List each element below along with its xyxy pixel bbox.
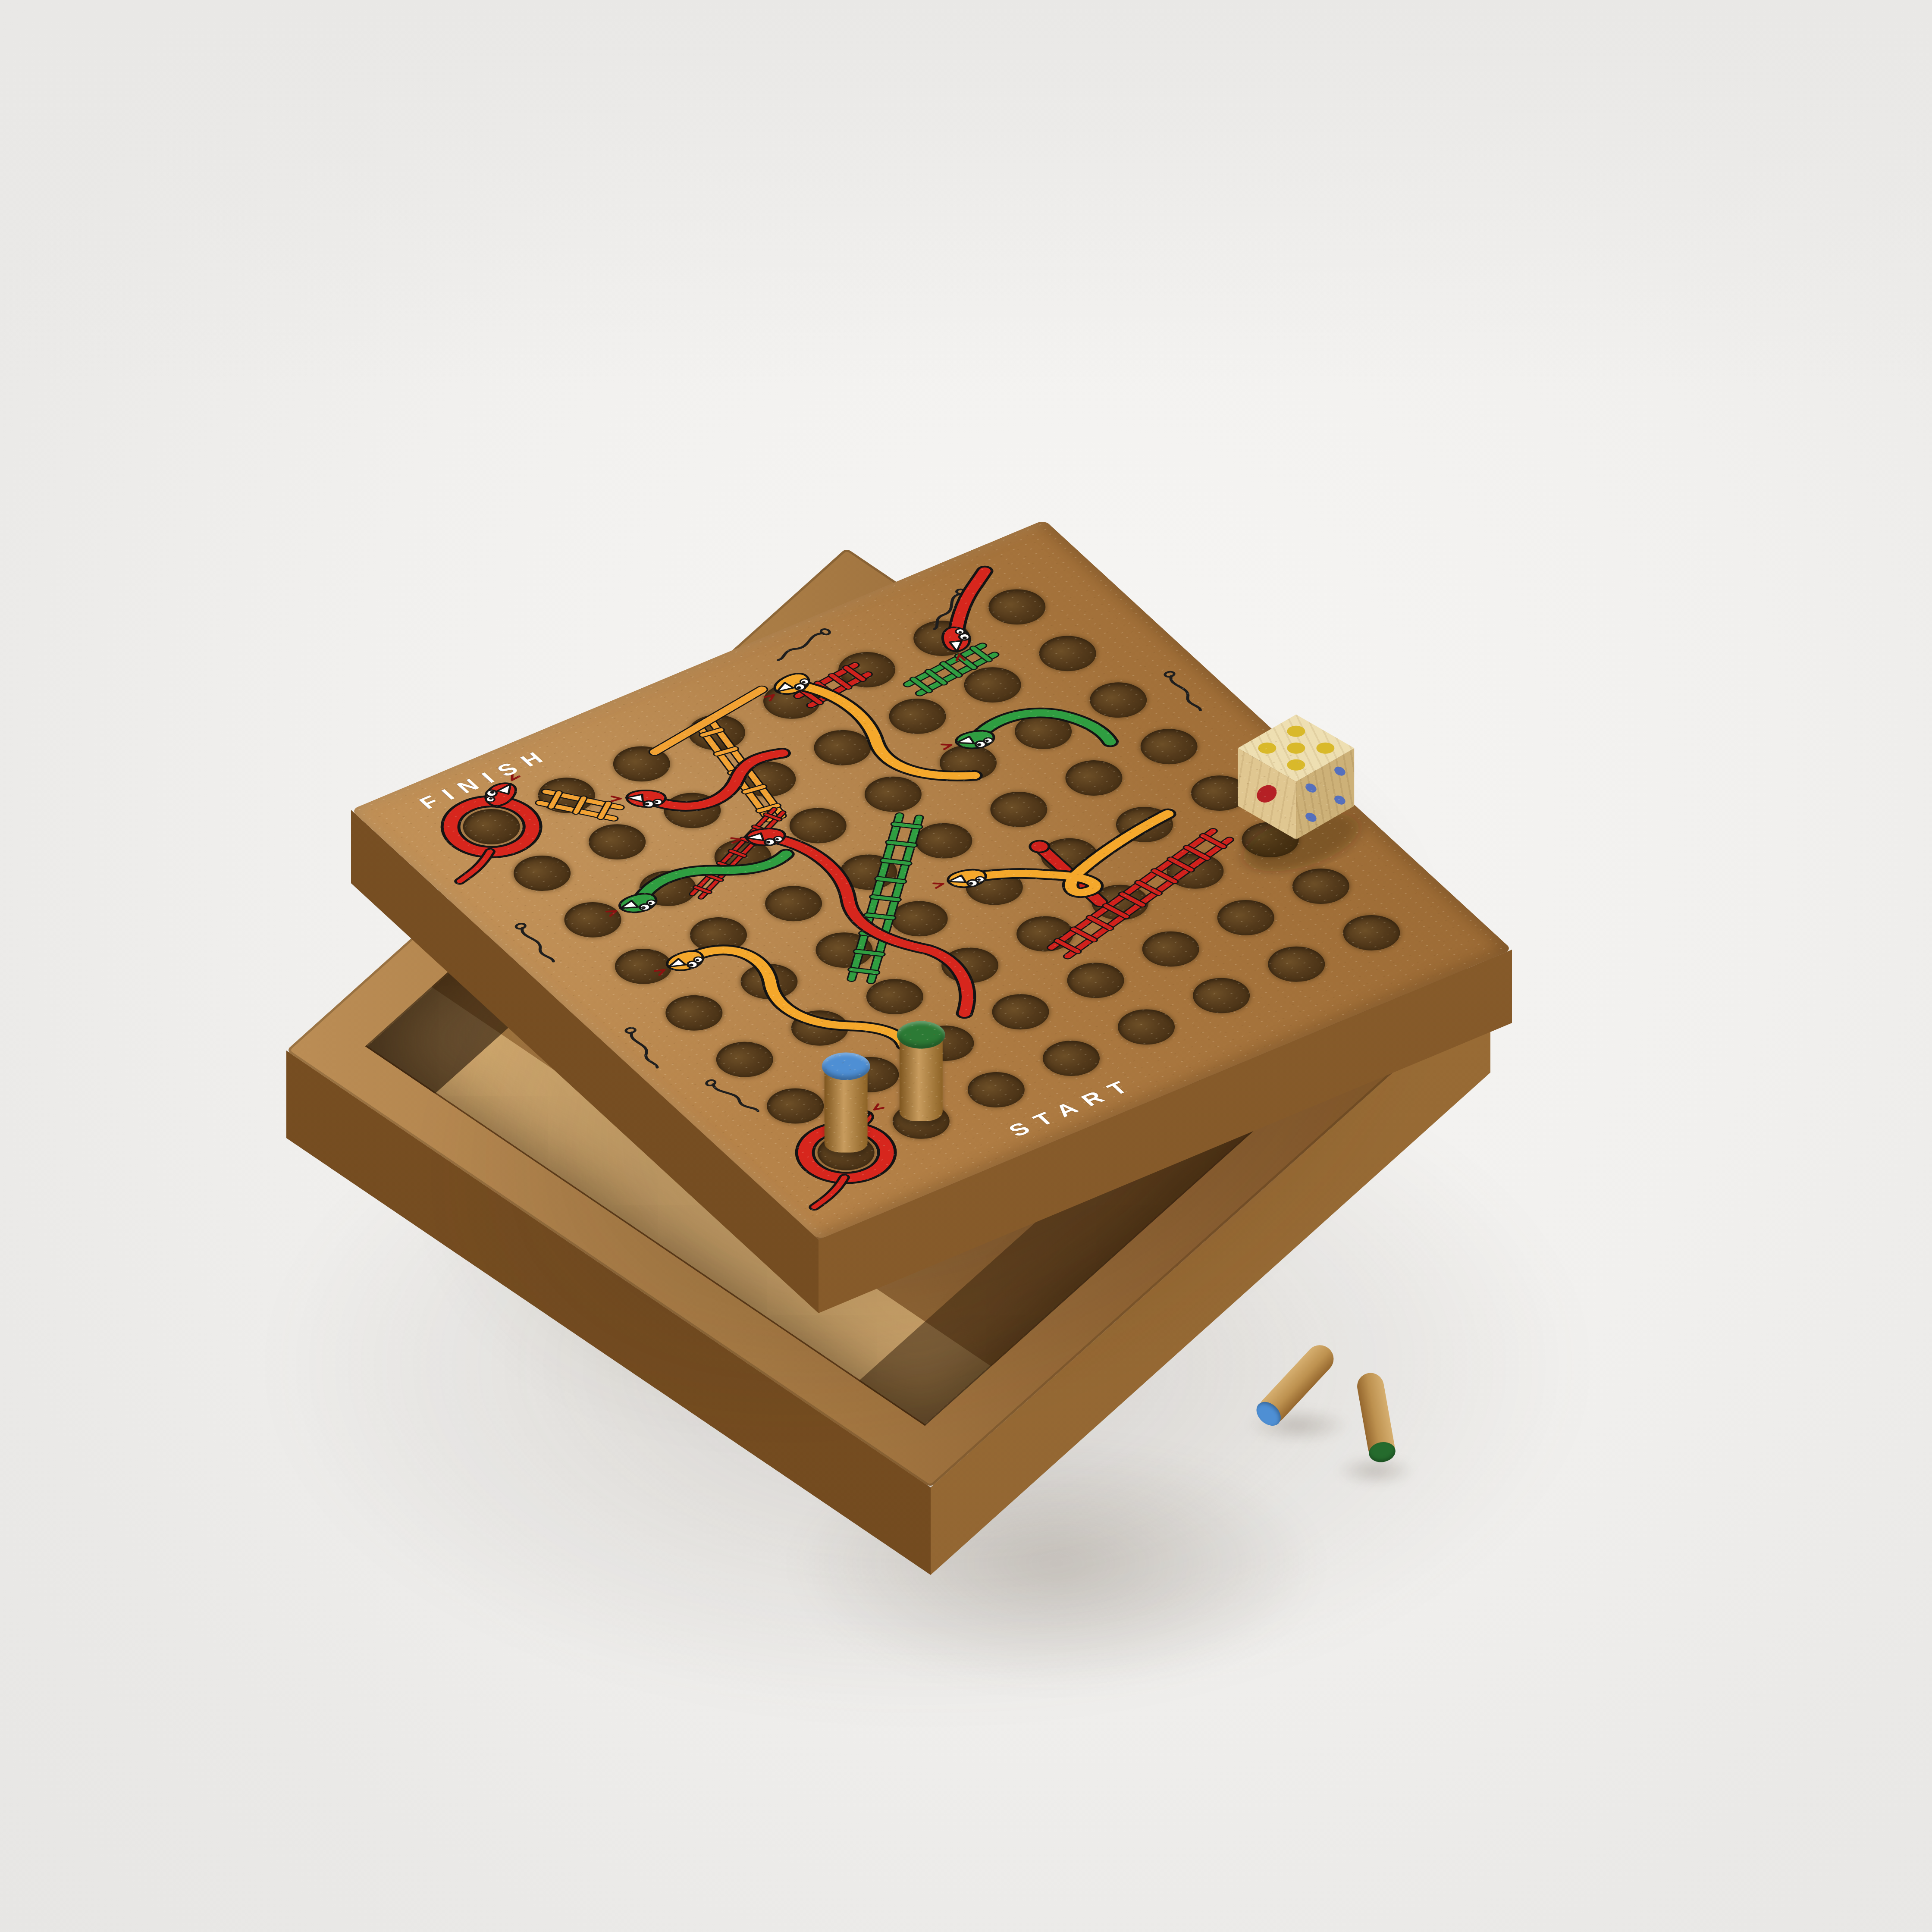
loose-peg-blue[interactable] — [1253, 1339, 1339, 1429]
peg-blue[interactable] — [819, 1053, 873, 1156]
ladder — [654, 808, 821, 899]
ladder — [533, 775, 626, 835]
die-pip — [1287, 726, 1305, 737]
peg-green[interactable] — [894, 1021, 948, 1125]
peg-blue-top — [822, 1053, 870, 1080]
snake — [720, 809, 994, 1028]
ink-snake-doodle — [775, 628, 831, 662]
die-pip — [1316, 743, 1334, 754]
loose-peg-green[interactable] — [1355, 1371, 1397, 1463]
peg-green-top — [897, 1021, 945, 1049]
die-pip — [1287, 743, 1305, 754]
die-pip — [1287, 759, 1305, 771]
ink-snake-doodle — [705, 1079, 761, 1113]
ladder — [1015, 829, 1266, 958]
ladder — [901, 644, 1001, 695]
die[interactable] — [1231, 710, 1361, 840]
die-pip — [1258, 743, 1276, 754]
ink-snake-doodle — [1164, 671, 1204, 712]
box-corner-shadow — [755, 1423, 1358, 1703]
ink-snake-doodle — [624, 1027, 662, 1069]
snake — [599, 837, 788, 926]
ink-snake-doodle — [514, 923, 558, 963]
scene: FINISH START — [0, 0, 1932, 1932]
